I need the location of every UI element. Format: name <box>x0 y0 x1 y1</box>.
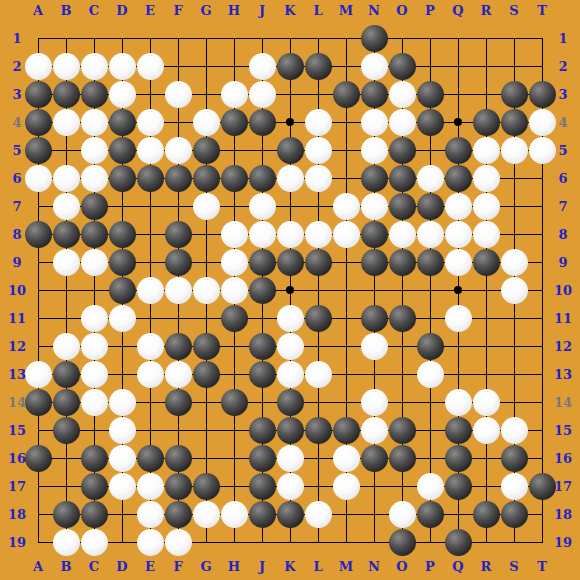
intersection-E7[interactable] <box>136 192 164 220</box>
intersection-Q14[interactable] <box>444 388 472 416</box>
intersection-P18[interactable] <box>416 500 444 528</box>
intersection-F4[interactable] <box>164 108 192 136</box>
intersection-Q19[interactable] <box>444 528 472 556</box>
intersection-O8[interactable] <box>388 220 416 248</box>
intersection-B2[interactable] <box>52 52 80 80</box>
intersection-E8[interactable] <box>136 220 164 248</box>
intersection-R13[interactable] <box>472 360 500 388</box>
intersection-M3[interactable] <box>332 80 360 108</box>
intersection-M14[interactable] <box>332 388 360 416</box>
intersection-L8[interactable] <box>304 220 332 248</box>
intersection-H13[interactable] <box>220 360 248 388</box>
intersection-N5[interactable] <box>360 136 388 164</box>
intersection-C5[interactable] <box>80 136 108 164</box>
intersection-K5[interactable] <box>276 136 304 164</box>
intersection-B18[interactable] <box>52 500 80 528</box>
intersection-K2[interactable] <box>276 52 304 80</box>
intersection-H4[interactable] <box>220 108 248 136</box>
intersection-P12[interactable] <box>416 332 444 360</box>
intersection-G15[interactable] <box>192 416 220 444</box>
intersection-P4[interactable] <box>416 108 444 136</box>
intersection-F5[interactable] <box>164 136 192 164</box>
intersection-K10[interactable] <box>276 276 304 304</box>
intersection-J15[interactable] <box>248 416 276 444</box>
intersection-B13[interactable] <box>52 360 80 388</box>
intersection-F13[interactable] <box>164 360 192 388</box>
intersection-K12[interactable] <box>276 332 304 360</box>
intersection-O9[interactable] <box>388 248 416 276</box>
intersection-F10[interactable] <box>164 276 192 304</box>
intersection-E4[interactable] <box>136 108 164 136</box>
intersection-N13[interactable] <box>360 360 388 388</box>
intersection-R12[interactable] <box>472 332 500 360</box>
intersection-R16[interactable] <box>472 444 500 472</box>
intersection-B14[interactable] <box>52 388 80 416</box>
intersection-F6[interactable] <box>164 164 192 192</box>
intersection-Q3[interactable] <box>444 80 472 108</box>
intersection-J3[interactable] <box>248 80 276 108</box>
intersection-N12[interactable] <box>360 332 388 360</box>
intersection-Q18[interactable] <box>444 500 472 528</box>
intersection-J18[interactable] <box>248 500 276 528</box>
intersection-K6[interactable] <box>276 164 304 192</box>
intersection-Q6[interactable] <box>444 164 472 192</box>
intersection-R17[interactable] <box>472 472 500 500</box>
intersection-D8[interactable] <box>108 220 136 248</box>
intersection-F8[interactable] <box>164 220 192 248</box>
intersection-B1[interactable] <box>52 24 80 52</box>
intersection-S17[interactable] <box>500 472 528 500</box>
intersection-E6[interactable] <box>136 164 164 192</box>
intersection-P7[interactable] <box>416 192 444 220</box>
intersection-C17[interactable] <box>80 472 108 500</box>
intersection-G14[interactable] <box>192 388 220 416</box>
intersection-J2[interactable] <box>248 52 276 80</box>
intersection-J10[interactable] <box>248 276 276 304</box>
intersection-S5[interactable] <box>500 136 528 164</box>
intersection-G12[interactable] <box>192 332 220 360</box>
intersection-R8[interactable] <box>472 220 500 248</box>
intersection-B16[interactable] <box>52 444 80 472</box>
intersection-R18[interactable] <box>472 500 500 528</box>
intersection-H7[interactable] <box>220 192 248 220</box>
intersection-D18[interactable] <box>108 500 136 528</box>
intersection-Q1[interactable] <box>444 24 472 52</box>
intersection-Q7[interactable] <box>444 192 472 220</box>
intersection-C8[interactable] <box>80 220 108 248</box>
intersection-D15[interactable] <box>108 416 136 444</box>
intersection-L16[interactable] <box>304 444 332 472</box>
intersection-P15[interactable] <box>416 416 444 444</box>
intersection-M9[interactable] <box>332 248 360 276</box>
intersection-R3[interactable] <box>472 80 500 108</box>
intersection-G8[interactable] <box>192 220 220 248</box>
intersection-L13[interactable] <box>304 360 332 388</box>
intersection-P10[interactable] <box>416 276 444 304</box>
intersection-C1[interactable] <box>80 24 108 52</box>
intersection-G6[interactable] <box>192 164 220 192</box>
intersection-F1[interactable] <box>164 24 192 52</box>
intersection-F12[interactable] <box>164 332 192 360</box>
intersection-N2[interactable] <box>360 52 388 80</box>
intersection-J14[interactable] <box>248 388 276 416</box>
intersection-C11[interactable] <box>80 304 108 332</box>
intersection-B12[interactable] <box>52 332 80 360</box>
intersection-M12[interactable] <box>332 332 360 360</box>
intersection-S6[interactable] <box>500 164 528 192</box>
intersection-F15[interactable] <box>164 416 192 444</box>
intersection-H8[interactable] <box>220 220 248 248</box>
intersection-H18[interactable] <box>220 500 248 528</box>
intersection-G18[interactable] <box>192 500 220 528</box>
intersection-Q11[interactable] <box>444 304 472 332</box>
intersection-C4[interactable] <box>80 108 108 136</box>
intersection-N6[interactable] <box>360 164 388 192</box>
intersection-N18[interactable] <box>360 500 388 528</box>
intersection-K3[interactable] <box>276 80 304 108</box>
intersection-H16[interactable] <box>220 444 248 472</box>
intersection-P3[interactable] <box>416 80 444 108</box>
intersection-N17[interactable] <box>360 472 388 500</box>
intersection-O15[interactable] <box>388 416 416 444</box>
intersection-B5[interactable] <box>52 136 80 164</box>
intersection-C18[interactable] <box>80 500 108 528</box>
intersection-G5[interactable] <box>192 136 220 164</box>
intersection-O13[interactable] <box>388 360 416 388</box>
intersection-N14[interactable] <box>360 388 388 416</box>
intersection-L5[interactable] <box>304 136 332 164</box>
intersection-K1[interactable] <box>276 24 304 52</box>
intersection-S14[interactable] <box>500 388 528 416</box>
intersection-C2[interactable] <box>80 52 108 80</box>
intersection-L10[interactable] <box>304 276 332 304</box>
intersection-S12[interactable] <box>500 332 528 360</box>
intersection-F16[interactable] <box>164 444 192 472</box>
intersection-H3[interactable] <box>220 80 248 108</box>
intersection-C16[interactable] <box>80 444 108 472</box>
intersection-D10[interactable] <box>108 276 136 304</box>
intersection-C13[interactable] <box>80 360 108 388</box>
intersection-D14[interactable] <box>108 388 136 416</box>
intersection-H9[interactable] <box>220 248 248 276</box>
intersection-D12[interactable] <box>108 332 136 360</box>
intersection-K15[interactable] <box>276 416 304 444</box>
intersection-O3[interactable] <box>388 80 416 108</box>
intersection-K7[interactable] <box>276 192 304 220</box>
intersection-D13[interactable] <box>108 360 136 388</box>
intersection-N8[interactable] <box>360 220 388 248</box>
intersection-Q16[interactable] <box>444 444 472 472</box>
intersection-D7[interactable] <box>108 192 136 220</box>
intersection-B15[interactable] <box>52 416 80 444</box>
intersection-O5[interactable] <box>388 136 416 164</box>
intersection-M5[interactable] <box>332 136 360 164</box>
intersection-H12[interactable] <box>220 332 248 360</box>
intersection-H11[interactable] <box>220 304 248 332</box>
intersection-N3[interactable] <box>360 80 388 108</box>
intersection-O10[interactable] <box>388 276 416 304</box>
intersection-O1[interactable] <box>388 24 416 52</box>
intersection-M1[interactable] <box>332 24 360 52</box>
intersection-R4[interactable] <box>472 108 500 136</box>
intersection-D17[interactable] <box>108 472 136 500</box>
intersection-Q9[interactable] <box>444 248 472 276</box>
intersection-B9[interactable] <box>52 248 80 276</box>
intersection-H10[interactable] <box>220 276 248 304</box>
intersection-K16[interactable] <box>276 444 304 472</box>
intersection-N9[interactable] <box>360 248 388 276</box>
intersection-M4[interactable] <box>332 108 360 136</box>
intersection-H6[interactable] <box>220 164 248 192</box>
intersection-Q2[interactable] <box>444 52 472 80</box>
intersection-O14[interactable] <box>388 388 416 416</box>
intersection-N1[interactable] <box>360 24 388 52</box>
intersection-B6[interactable] <box>52 164 80 192</box>
intersection-F2[interactable] <box>164 52 192 80</box>
intersection-D2[interactable] <box>108 52 136 80</box>
intersection-S1[interactable] <box>500 24 528 52</box>
intersection-E19[interactable] <box>136 528 164 556</box>
intersection-O6[interactable] <box>388 164 416 192</box>
intersection-E12[interactable] <box>136 332 164 360</box>
intersection-R6[interactable] <box>472 164 500 192</box>
intersection-J12[interactable] <box>248 332 276 360</box>
intersection-N7[interactable] <box>360 192 388 220</box>
intersection-L11[interactable] <box>304 304 332 332</box>
intersection-L7[interactable] <box>304 192 332 220</box>
intersection-K13[interactable] <box>276 360 304 388</box>
intersection-M6[interactable] <box>332 164 360 192</box>
intersection-F11[interactable] <box>164 304 192 332</box>
intersection-R19[interactable] <box>472 528 500 556</box>
intersection-K19[interactable] <box>276 528 304 556</box>
intersection-D1[interactable] <box>108 24 136 52</box>
intersection-D11[interactable] <box>108 304 136 332</box>
intersection-R2[interactable] <box>472 52 500 80</box>
intersection-N4[interactable] <box>360 108 388 136</box>
intersection-L1[interactable] <box>304 24 332 52</box>
intersection-F7[interactable] <box>164 192 192 220</box>
intersection-J16[interactable] <box>248 444 276 472</box>
intersection-S18[interactable] <box>500 500 528 528</box>
intersection-Q5[interactable] <box>444 136 472 164</box>
intersection-B4[interactable] <box>52 108 80 136</box>
intersection-M19[interactable] <box>332 528 360 556</box>
intersection-G19[interactable] <box>192 528 220 556</box>
intersection-N11[interactable] <box>360 304 388 332</box>
intersection-G11[interactable] <box>192 304 220 332</box>
intersection-M10[interactable] <box>332 276 360 304</box>
intersection-F9[interactable] <box>164 248 192 276</box>
intersection-B11[interactable] <box>52 304 80 332</box>
intersection-M13[interactable] <box>332 360 360 388</box>
intersection-M15[interactable] <box>332 416 360 444</box>
intersection-D3[interactable] <box>108 80 136 108</box>
intersection-L4[interactable] <box>304 108 332 136</box>
intersection-E11[interactable] <box>136 304 164 332</box>
intersection-B10[interactable] <box>52 276 80 304</box>
intersection-G7[interactable] <box>192 192 220 220</box>
intersection-S7[interactable] <box>500 192 528 220</box>
intersection-J17[interactable] <box>248 472 276 500</box>
intersection-K11[interactable] <box>276 304 304 332</box>
intersection-O17[interactable] <box>388 472 416 500</box>
intersection-S9[interactable] <box>500 248 528 276</box>
intersection-C15[interactable] <box>80 416 108 444</box>
intersection-O11[interactable] <box>388 304 416 332</box>
intersection-F14[interactable] <box>164 388 192 416</box>
intersection-R7[interactable] <box>472 192 500 220</box>
intersection-P2[interactable] <box>416 52 444 80</box>
intersection-E5[interactable] <box>136 136 164 164</box>
intersection-O12[interactable] <box>388 332 416 360</box>
intersection-B8[interactable] <box>52 220 80 248</box>
intersection-P11[interactable] <box>416 304 444 332</box>
intersection-Q15[interactable] <box>444 416 472 444</box>
intersection-Q8[interactable] <box>444 220 472 248</box>
intersection-E10[interactable] <box>136 276 164 304</box>
intersection-L14[interactable] <box>304 388 332 416</box>
intersection-G9[interactable] <box>192 248 220 276</box>
intersection-L15[interactable] <box>304 416 332 444</box>
intersection-N19[interactable] <box>360 528 388 556</box>
intersection-H15[interactable] <box>220 416 248 444</box>
intersection-D19[interactable] <box>108 528 136 556</box>
intersection-N15[interactable] <box>360 416 388 444</box>
intersection-P5[interactable] <box>416 136 444 164</box>
intersection-C6[interactable] <box>80 164 108 192</box>
intersection-E1[interactable] <box>136 24 164 52</box>
intersection-J1[interactable] <box>248 24 276 52</box>
intersection-M8[interactable] <box>332 220 360 248</box>
intersection-O2[interactable] <box>388 52 416 80</box>
intersection-R9[interactable] <box>472 248 500 276</box>
intersection-G1[interactable] <box>192 24 220 52</box>
intersection-K9[interactable] <box>276 248 304 276</box>
intersection-H5[interactable] <box>220 136 248 164</box>
intersection-M7[interactable] <box>332 192 360 220</box>
intersection-J19[interactable] <box>248 528 276 556</box>
intersection-S8[interactable] <box>500 220 528 248</box>
intersection-P17[interactable] <box>416 472 444 500</box>
intersection-K4[interactable] <box>276 108 304 136</box>
intersection-H14[interactable] <box>220 388 248 416</box>
intersection-R14[interactable] <box>472 388 500 416</box>
intersection-J7[interactable] <box>248 192 276 220</box>
intersection-M11[interactable] <box>332 304 360 332</box>
intersection-P14[interactable] <box>416 388 444 416</box>
intersection-K14[interactable] <box>276 388 304 416</box>
intersection-S19[interactable] <box>500 528 528 556</box>
intersection-P13[interactable] <box>416 360 444 388</box>
intersection-L17[interactable] <box>304 472 332 500</box>
intersection-H19[interactable] <box>220 528 248 556</box>
intersection-O19[interactable] <box>388 528 416 556</box>
intersection-H1[interactable] <box>220 24 248 52</box>
intersection-F17[interactable] <box>164 472 192 500</box>
intersection-O16[interactable] <box>388 444 416 472</box>
intersection-G3[interactable] <box>192 80 220 108</box>
intersection-Q10[interactable] <box>444 276 472 304</box>
intersection-E15[interactable] <box>136 416 164 444</box>
intersection-O18[interactable] <box>388 500 416 528</box>
intersection-H17[interactable] <box>220 472 248 500</box>
intersection-E3[interactable] <box>136 80 164 108</box>
intersection-P9[interactable] <box>416 248 444 276</box>
intersection-J5[interactable] <box>248 136 276 164</box>
intersection-O4[interactable] <box>388 108 416 136</box>
intersection-D4[interactable] <box>108 108 136 136</box>
intersection-S13[interactable] <box>500 360 528 388</box>
intersection-J6[interactable] <box>248 164 276 192</box>
intersection-O7[interactable] <box>388 192 416 220</box>
intersection-C3[interactable] <box>80 80 108 108</box>
intersection-Q4[interactable] <box>444 108 472 136</box>
intersection-J13[interactable] <box>248 360 276 388</box>
intersection-E14[interactable] <box>136 388 164 416</box>
intersection-E9[interactable] <box>136 248 164 276</box>
intersection-S15[interactable] <box>500 416 528 444</box>
intersection-L6[interactable] <box>304 164 332 192</box>
intersection-S10[interactable] <box>500 276 528 304</box>
intersection-G10[interactable] <box>192 276 220 304</box>
intersection-N10[interactable] <box>360 276 388 304</box>
intersection-D5[interactable] <box>108 136 136 164</box>
intersection-D6[interactable] <box>108 164 136 192</box>
intersection-S16[interactable] <box>500 444 528 472</box>
intersection-P16[interactable] <box>416 444 444 472</box>
intersection-D9[interactable] <box>108 248 136 276</box>
intersection-P19[interactable] <box>416 528 444 556</box>
intersection-J4[interactable] <box>248 108 276 136</box>
intersection-F18[interactable] <box>164 500 192 528</box>
intersection-C12[interactable] <box>80 332 108 360</box>
intersection-E16[interactable] <box>136 444 164 472</box>
intersection-R10[interactable] <box>472 276 500 304</box>
intersection-P1[interactable] <box>416 24 444 52</box>
intersection-J8[interactable] <box>248 220 276 248</box>
intersection-K18[interactable] <box>276 500 304 528</box>
intersection-S4[interactable] <box>500 108 528 136</box>
intersection-S2[interactable] <box>500 52 528 80</box>
intersection-G2[interactable] <box>192 52 220 80</box>
intersection-M2[interactable] <box>332 52 360 80</box>
intersection-L2[interactable] <box>304 52 332 80</box>
intersection-J11[interactable] <box>248 304 276 332</box>
intersection-K8[interactable] <box>276 220 304 248</box>
intersection-B19[interactable] <box>52 528 80 556</box>
intersection-L19[interactable] <box>304 528 332 556</box>
intersection-R11[interactable] <box>472 304 500 332</box>
intersection-G16[interactable] <box>192 444 220 472</box>
intersection-G13[interactable] <box>192 360 220 388</box>
intersection-P6[interactable] <box>416 164 444 192</box>
intersection-J9[interactable] <box>248 248 276 276</box>
intersection-C14[interactable] <box>80 388 108 416</box>
intersection-D16[interactable] <box>108 444 136 472</box>
intersection-C9[interactable] <box>80 248 108 276</box>
intersection-R15[interactable] <box>472 416 500 444</box>
intersection-M16[interactable] <box>332 444 360 472</box>
intersection-C10[interactable] <box>80 276 108 304</box>
intersection-L12[interactable] <box>304 332 332 360</box>
intersection-Q12[interactable] <box>444 332 472 360</box>
intersection-N16[interactable] <box>360 444 388 472</box>
intersection-B17[interactable] <box>52 472 80 500</box>
intersection-E18[interactable] <box>136 500 164 528</box>
intersection-E13[interactable] <box>136 360 164 388</box>
intersection-F19[interactable] <box>164 528 192 556</box>
